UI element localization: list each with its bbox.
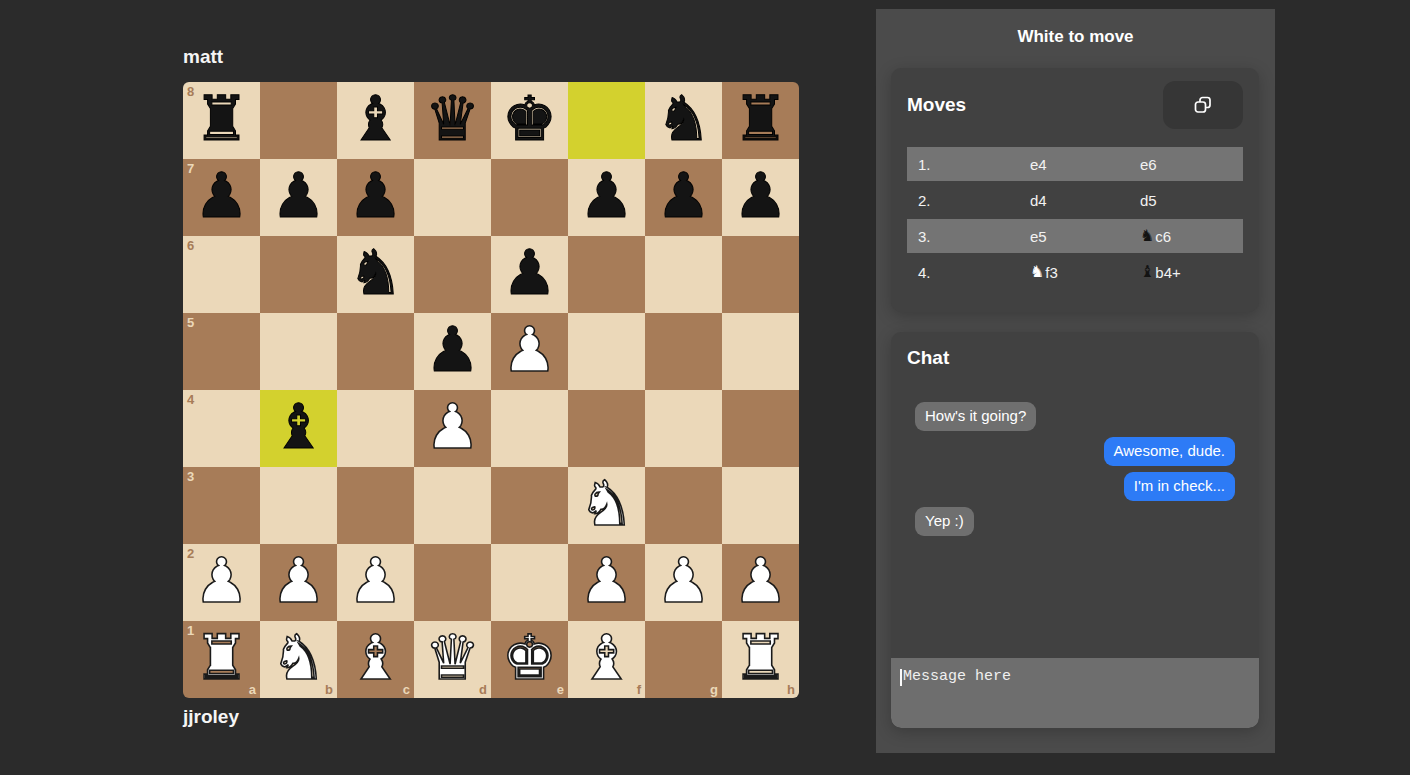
player-name-top: matt — [183, 46, 223, 68]
chat-bubble-right: I'm in check... — [1124, 472, 1235, 501]
copy-moves-button[interactable] — [1163, 81, 1243, 129]
rank-label-8: 8 — [187, 85, 194, 98]
player-name-bottom: jjroley — [183, 706, 239, 728]
square-e6[interactable]: ♟ — [491, 236, 568, 313]
black-rook-piece[interactable]: ♜ — [733, 88, 789, 150]
square-e7[interactable] — [491, 159, 568, 236]
square-e8[interactable]: ♚ — [491, 82, 568, 159]
white-pawn-piece[interactable]: ♟ — [271, 550, 327, 612]
square-d4[interactable]: ♟ — [414, 390, 491, 467]
square-g2[interactable]: ♟ — [645, 544, 722, 621]
rank-label-7: 7 — [187, 162, 194, 175]
square-d5[interactable]: ♟ — [414, 313, 491, 390]
square-c7[interactable]: ♟ — [337, 159, 414, 236]
chat-title: Chat — [891, 332, 1259, 369]
move-text: b4+ — [1155, 264, 1180, 281]
move-row-4[interactable]: 4.♞f3♝b4+ — [907, 255, 1243, 289]
move-text: d5 — [1140, 192, 1157, 209]
move-number: 1. — [918, 156, 1030, 173]
move-row-1[interactable]: 1.e4e6 — [907, 147, 1243, 181]
file-label-d: d — [479, 683, 487, 696]
square-a8[interactable]: 8♜ — [183, 82, 260, 159]
white-knight-piece[interactable]: ♞ — [579, 473, 635, 535]
square-f5[interactable] — [568, 313, 645, 390]
square-f1[interactable]: f♝ — [568, 621, 645, 698]
square-e3[interactable] — [491, 467, 568, 544]
black-knight-piece[interactable]: ♞ — [656, 88, 712, 150]
black-pawn-piece[interactable]: ♟ — [579, 165, 635, 227]
move-row-3[interactable]: 3.e5♞c6 — [907, 219, 1243, 253]
square-a4[interactable]: 4 — [183, 390, 260, 467]
square-f7[interactable]: ♟ — [568, 159, 645, 236]
file-label-f: f — [637, 683, 641, 696]
square-h4[interactable] — [722, 390, 799, 467]
white-rook-piece[interactable]: ♜ — [194, 627, 250, 689]
square-f3[interactable]: ♞ — [568, 467, 645, 544]
square-b7[interactable]: ♟ — [260, 159, 337, 236]
square-c1[interactable]: c♝ — [337, 621, 414, 698]
square-a3[interactable]: 3 — [183, 467, 260, 544]
square-b4[interactable]: ♝ — [260, 390, 337, 467]
white-pawn-piece[interactable]: ♟ — [733, 550, 789, 612]
white-pawn-piece[interactable]: ♟ — [348, 550, 404, 612]
move-text: e5 — [1030, 228, 1047, 245]
white-knight-piece[interactable]: ♞ — [271, 627, 327, 689]
square-d3[interactable] — [414, 467, 491, 544]
black-move[interactable]: d5 — [1140, 192, 1243, 209]
square-f4[interactable] — [568, 390, 645, 467]
move-number: 4. — [918, 264, 1030, 281]
square-c3[interactable] — [337, 467, 414, 544]
file-label-h: h — [787, 683, 795, 696]
black-king-piece[interactable]: ♚ — [502, 88, 558, 150]
chat-message-input[interactable] — [891, 658, 1259, 710]
square-g7[interactable]: ♟ — [645, 159, 722, 236]
black-pawn-piece[interactable]: ♟ — [733, 165, 789, 227]
square-e4[interactable] — [491, 390, 568, 467]
square-f6[interactable] — [568, 236, 645, 313]
square-c5[interactable] — [337, 313, 414, 390]
black-rook-piece[interactable]: ♜ — [194, 88, 250, 150]
square-c6[interactable]: ♞ — [337, 236, 414, 313]
black-pawn-piece[interactable]: ♟ — [656, 165, 712, 227]
black-pawn-piece[interactable]: ♟ — [194, 165, 250, 227]
square-e1[interactable]: e♚ — [491, 621, 568, 698]
square-b5[interactable] — [260, 313, 337, 390]
moves-title: Moves — [907, 94, 966, 116]
move-text: e4 — [1030, 156, 1047, 173]
square-d2[interactable] — [414, 544, 491, 621]
black-pawn-piece[interactable]: ♟ — [271, 165, 327, 227]
white-pawn-piece[interactable]: ♟ — [502, 319, 558, 381]
black-move[interactable]: e6 — [1140, 156, 1243, 173]
square-h8[interactable]: ♜ — [722, 82, 799, 159]
moves-panel: Moves 1.e4e62.d4d53.e5♞c64.♞f3♝b4+ — [891, 68, 1259, 312]
black-bishop-piece[interactable]: ♝ — [348, 88, 404, 150]
move-text: e6 — [1140, 156, 1157, 173]
move-text: d4 — [1030, 192, 1047, 209]
rank-label-2: 2 — [187, 547, 194, 560]
chat-bubble-right: Awesome, dude. — [1104, 437, 1235, 466]
move-number: 3. — [918, 228, 1030, 245]
rank-label-5: 5 — [187, 316, 194, 329]
square-b3[interactable] — [260, 467, 337, 544]
square-c2[interactable]: ♟ — [337, 544, 414, 621]
black-queen-piece[interactable]: ♛ — [425, 88, 481, 150]
white-bishop-piece[interactable]: ♝ — [579, 627, 635, 689]
square-c8[interactable]: ♝ — [337, 82, 414, 159]
square-b8[interactable] — [260, 82, 337, 159]
chat-input-area — [891, 658, 1259, 728]
square-d7[interactable] — [414, 159, 491, 236]
moves-list: 1.e4e62.d4d53.e5♞c64.♞f3♝b4+ — [907, 147, 1243, 289]
square-a7[interactable]: 7♟ — [183, 159, 260, 236]
white-move[interactable]: e4 — [1030, 156, 1140, 173]
square-g1[interactable]: g — [645, 621, 722, 698]
white-pawn-piece[interactable]: ♟ — [656, 550, 712, 612]
black-move[interactable]: ♞c6 — [1140, 228, 1243, 245]
move-row-2[interactable]: 2.d4d5 — [907, 183, 1243, 217]
text-caret — [900, 669, 902, 686]
black-piece-icon: ♝ — [1140, 264, 1154, 280]
square-h3[interactable] — [722, 467, 799, 544]
black-piece-icon: ♞ — [1140, 228, 1154, 244]
square-d6[interactable] — [414, 236, 491, 313]
square-c4[interactable] — [337, 390, 414, 467]
copy-icon — [1192, 94, 1214, 116]
sidebar: White to move Moves 1.e4e62.d4d53.e5♞c64… — [876, 9, 1275, 753]
square-f2[interactable]: ♟ — [568, 544, 645, 621]
square-h5[interactable] — [722, 313, 799, 390]
square-e5[interactable]: ♟ — [491, 313, 568, 390]
white-pawn-piece[interactable]: ♟ — [579, 550, 635, 612]
square-b1[interactable]: b♞ — [260, 621, 337, 698]
black-bishop-piece[interactable]: ♝ — [271, 396, 327, 458]
black-pawn-piece[interactable]: ♟ — [425, 319, 481, 381]
square-h2[interactable]: ♟ — [722, 544, 799, 621]
white-piece-icon: ♞ — [1030, 264, 1044, 280]
rank-label-6: 6 — [187, 239, 194, 252]
black-move[interactable]: ♝b4+ — [1140, 264, 1243, 281]
rank-label-4: 4 — [187, 393, 194, 406]
rank-label-3: 3 — [187, 470, 194, 483]
move-text: f3 — [1045, 264, 1058, 281]
file-label-g: g — [710, 683, 718, 696]
rank-label-1: 1 — [187, 624, 194, 637]
moves-header: Moves — [891, 68, 1259, 130]
square-a1[interactable]: 1a♜ — [183, 621, 260, 698]
square-g6[interactable] — [645, 236, 722, 313]
white-pawn-piece[interactable]: ♟ — [194, 550, 250, 612]
white-move[interactable]: e5 — [1030, 228, 1140, 245]
black-pawn-piece[interactable]: ♟ — [502, 242, 558, 304]
white-bishop-piece[interactable]: ♝ — [348, 627, 404, 689]
square-b6[interactable] — [260, 236, 337, 313]
file-label-e: e — [557, 683, 564, 696]
square-g4[interactable] — [645, 390, 722, 467]
white-king-piece[interactable]: ♚ — [502, 627, 558, 689]
square-d1[interactable]: d♛ — [414, 621, 491, 698]
chat-messages: How's it going?Awesome, dude.I'm in chec… — [891, 402, 1259, 536]
square-a2[interactable]: 2♟ — [183, 544, 260, 621]
white-pawn-piece[interactable]: ♟ — [425, 396, 481, 458]
move-text: c6 — [1155, 228, 1171, 245]
file-label-a: a — [249, 683, 256, 696]
chat-panel: Chat How's it going?Awesome, dude.I'm in… — [891, 332, 1259, 728]
chat-bubble-left: Yep :) — [915, 507, 974, 536]
square-h7[interactable]: ♟ — [722, 159, 799, 236]
white-move[interactable]: d4 — [1030, 192, 1140, 209]
chess-board: 8♜♝♛♚♞♜7♟♟♟♟♟♟6♞♟5♟♟4♝♟3♞2♟♟♟♟♟♟1a♜b♞c♝d… — [183, 82, 799, 698]
square-e2[interactable] — [491, 544, 568, 621]
black-pawn-piece[interactable]: ♟ — [348, 165, 404, 227]
square-g3[interactable] — [645, 467, 722, 544]
move-number: 2. — [918, 192, 1030, 209]
square-a6[interactable]: 6 — [183, 236, 260, 313]
square-h6[interactable] — [722, 236, 799, 313]
file-label-c: c — [403, 683, 410, 696]
square-a5[interactable]: 5 — [183, 313, 260, 390]
square-g5[interactable] — [645, 313, 722, 390]
square-f8[interactable] — [568, 82, 645, 159]
white-move[interactable]: ♞f3 — [1030, 264, 1140, 281]
file-label-b: b — [325, 683, 333, 696]
chat-bubble-left: How's it going? — [915, 402, 1036, 431]
turn-status: White to move — [876, 9, 1275, 47]
white-queen-piece[interactable]: ♛ — [425, 627, 481, 689]
square-d8[interactable]: ♛ — [414, 82, 491, 159]
black-knight-piece[interactable]: ♞ — [348, 242, 404, 304]
square-b2[interactable]: ♟ — [260, 544, 337, 621]
square-g8[interactable]: ♞ — [645, 82, 722, 159]
square-h1[interactable]: h♜ — [722, 621, 799, 698]
white-rook-piece[interactable]: ♜ — [733, 627, 789, 689]
